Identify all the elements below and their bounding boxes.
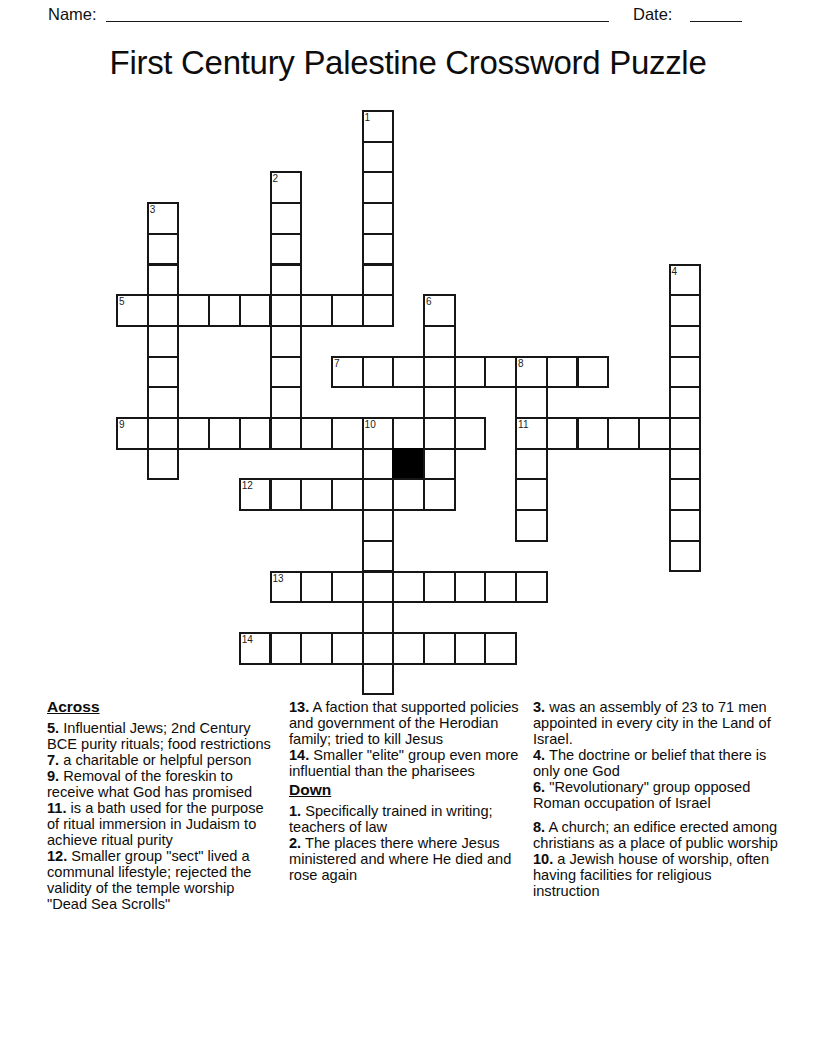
grid-cell[interactable] <box>147 448 180 481</box>
date-label: Date: <box>633 5 672 24</box>
grid-cell[interactable] <box>331 571 364 604</box>
grid-cell[interactable] <box>362 571 395 604</box>
grid-cell[interactable] <box>669 540 702 573</box>
clue-number: 3. <box>533 699 545 715</box>
cell-number: 7 <box>334 358 340 369</box>
grid-cell[interactable] <box>515 509 548 542</box>
grid-cell[interactable] <box>454 356 487 389</box>
cell-number: 2 <box>273 173 279 184</box>
grid-cell[interactable] <box>270 417 303 450</box>
grid-cell[interactable] <box>362 171 395 204</box>
across-clue-11: 11. is a bath used for the purpose of ri… <box>47 800 277 848</box>
cell-number: 14 <box>242 634 253 645</box>
across-clue-14: 14. Smaller "elite" group even more infl… <box>289 747 529 779</box>
clue-column-1: Across5. Influential Jews; 2nd Century B… <box>47 699 277 912</box>
grid-cell[interactable] <box>270 233 303 266</box>
clue-column-2: 13. A faction that supported policies an… <box>289 699 529 883</box>
grid-cell[interactable] <box>423 571 456 604</box>
grid-cell[interactable] <box>362 264 395 297</box>
grid-cell[interactable] <box>331 294 364 327</box>
clue-number: 13. <box>289 699 309 715</box>
down-clue-8: 8. A church; an edifice erected among ch… <box>533 819 781 851</box>
cell-number: 5 <box>119 296 125 307</box>
grid-cell[interactable] <box>362 294 395 327</box>
grid-cell[interactable] <box>423 632 456 665</box>
cell-number: 9 <box>119 419 125 430</box>
grid-cell[interactable] <box>147 386 180 419</box>
clue-number: 12. <box>47 848 67 864</box>
clue-number: 1. <box>289 803 301 819</box>
cell-number: 4 <box>672 266 678 277</box>
clue-number: 14. <box>289 747 309 763</box>
down-heading: Down <box>289 782 529 798</box>
name-label: Name: <box>48 5 97 24</box>
grid-cell[interactable] <box>300 417 333 450</box>
grid-cell[interactable] <box>208 294 241 327</box>
grid-cell[interactable] <box>484 632 517 665</box>
grid-cell[interactable] <box>239 417 272 450</box>
grid-cell[interactable] <box>331 417 364 450</box>
grid-cell[interactable] <box>669 417 702 450</box>
grid-cell[interactable] <box>270 386 303 419</box>
grid-cell[interactable] <box>669 509 702 542</box>
grid-cell[interactable] <box>515 386 548 419</box>
grid-cell[interactable] <box>147 264 180 297</box>
grid-cell[interactable] <box>300 478 333 511</box>
grid-cell[interactable] <box>147 233 180 266</box>
across-clue-7: 7. a charitable or helpful person <box>47 752 277 768</box>
grid-cell[interactable] <box>362 601 395 634</box>
date-fill-line <box>690 21 742 22</box>
grid-cell[interactable] <box>423 386 456 419</box>
grid-cell[interactable] <box>147 325 180 358</box>
clue-number: 8. <box>533 819 545 835</box>
grid-cell[interactable] <box>484 356 517 389</box>
across-clue-13: 13. A faction that supported policies an… <box>289 699 529 747</box>
down-clue-6: 6. "Revolutionary" group opposed Roman o… <box>533 779 781 811</box>
clue-number: 11. <box>47 800 66 816</box>
grid-cell[interactable] <box>147 356 180 389</box>
down-clue-1: 1. Specifically trained in writing; teac… <box>289 803 529 835</box>
grid-cell[interactable] <box>423 417 456 450</box>
grid-cell[interactable] <box>423 356 456 389</box>
grid-cell[interactable] <box>515 478 548 511</box>
grid-cell[interactable] <box>270 325 303 358</box>
grid-cell[interactable] <box>147 294 180 327</box>
grid-cell[interactable] <box>270 264 303 297</box>
clue-number: 9. <box>47 768 59 784</box>
grid-cell[interactable] <box>546 417 579 450</box>
grid-cell[interactable] <box>423 478 456 511</box>
grid-cell[interactable] <box>362 202 395 235</box>
grid-cell[interactable] <box>300 632 333 665</box>
clue-number: 7. <box>47 752 59 768</box>
grid-cell[interactable] <box>546 356 579 389</box>
grid-cell[interactable] <box>669 325 702 358</box>
grid-cell[interactable] <box>362 141 395 174</box>
grid-cell[interactable] <box>454 571 487 604</box>
clue-number: 5. <box>47 720 59 736</box>
grid-cell[interactable] <box>147 417 180 450</box>
grid-cell[interactable] <box>392 632 425 665</box>
grid-cell[interactable] <box>392 417 425 450</box>
grid-cell[interactable] <box>669 478 702 511</box>
black-cell <box>392 448 425 481</box>
grid-cell[interactable] <box>270 294 303 327</box>
down-clue-3: 3. was an assembly of 23 to 71 men appoi… <box>533 699 781 747</box>
grid-cell[interactable] <box>362 663 395 696</box>
crossword-grid: 1234567891011121314 <box>117 111 702 696</box>
cell-number: 13 <box>273 573 284 584</box>
clue-column-3: 3. was an assembly of 23 to 71 men appoi… <box>533 699 781 899</box>
grid-cell[interactable] <box>300 294 333 327</box>
cell-number: 12 <box>242 480 253 491</box>
grid-cell[interactable] <box>423 448 456 481</box>
grid-cell[interactable] <box>270 478 303 511</box>
grid-cell[interactable] <box>331 478 364 511</box>
grid-cell[interactable] <box>669 386 702 419</box>
grid-cell[interactable] <box>177 294 210 327</box>
cell-number: 1 <box>365 112 371 123</box>
grid-cell[interactable] <box>669 448 702 481</box>
cell-number: 6 <box>426 296 432 307</box>
worksheet-page: Name: Date: First Century Palestine Cros… <box>0 0 816 1056</box>
grid-cell[interactable] <box>454 632 487 665</box>
across-heading: Across <box>47 699 277 715</box>
cell-number: 10 <box>365 419 376 430</box>
down-clue-2: 2. The places there where Jesus minister… <box>289 835 529 883</box>
across-clue-12: 12. Smaller group "sect" lived a communa… <box>47 848 277 912</box>
grid-cell[interactable] <box>515 571 548 604</box>
grid-cell[interactable] <box>177 417 210 450</box>
across-clue-9: 9. Removal of the foreskin to receive wh… <box>47 768 277 800</box>
clue-number: 10. <box>533 851 553 867</box>
across-clue-5: 5. Influential Jews; 2nd Century BCE pur… <box>47 720 277 752</box>
grid-cell[interactable] <box>362 540 395 573</box>
name-fill-line <box>106 21 609 22</box>
grid-cell[interactable] <box>454 417 487 450</box>
grid-cell[interactable] <box>208 417 241 450</box>
grid-cell[interactable] <box>362 233 395 266</box>
grid-cell[interactable] <box>392 356 425 389</box>
grid-cell[interactable] <box>577 356 610 389</box>
grid-cell[interactable] <box>669 356 702 389</box>
grid-cell[interactable] <box>423 325 456 358</box>
down-clue-4: 4. The doctrine or belief that there is … <box>533 747 781 779</box>
grid-cell[interactable] <box>484 571 517 604</box>
grid-cell[interactable] <box>362 478 395 511</box>
grid-cell[interactable] <box>669 294 702 327</box>
clue-number: 6. <box>533 779 545 795</box>
grid-cell[interactable] <box>270 356 303 389</box>
cell-number: 8 <box>518 358 524 369</box>
grid-cell[interactable] <box>515 448 548 481</box>
grid-cell[interactable] <box>392 478 425 511</box>
grid-cell[interactable] <box>607 417 640 450</box>
down-clue-10: 10. a Jewish house of worship, often hav… <box>533 851 781 899</box>
grid-cell[interactable] <box>331 632 364 665</box>
grid-cell[interactable] <box>392 571 425 604</box>
grid-cell[interactable] <box>577 417 610 450</box>
cell-number: 3 <box>150 204 156 215</box>
grid-cell[interactable] <box>362 356 395 389</box>
grid-cell[interactable] <box>270 632 303 665</box>
grid-cell[interactable] <box>362 509 395 542</box>
clue-number: 2. <box>289 835 301 851</box>
grid-cell[interactable] <box>362 448 395 481</box>
cell-number: 11 <box>518 419 528 430</box>
grid-cell[interactable] <box>300 571 333 604</box>
clue-number: 4. <box>533 747 545 763</box>
grid-cell[interactable] <box>638 417 671 450</box>
grid-cell[interactable] <box>270 202 303 235</box>
grid-cell[interactable] <box>362 632 395 665</box>
grid-cell[interactable] <box>239 294 272 327</box>
puzzle-title: First Century Palestine Crossword Puzzle <box>0 44 816 82</box>
